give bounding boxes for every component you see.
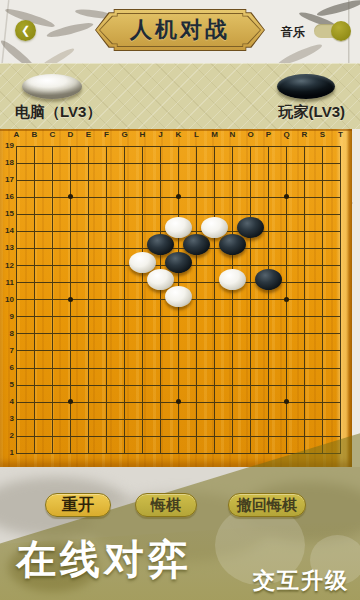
column-label: J — [154, 130, 168, 139]
column-label: K — [172, 130, 186, 139]
music-toggle[interactable] — [314, 24, 349, 38]
grid-horizontal-line — [16, 316, 341, 317]
grid-vertical-line — [340, 146, 341, 454]
column-label: D — [64, 130, 78, 139]
grid-vertical-line — [214, 146, 215, 454]
row-label: 5 — [1, 380, 14, 389]
title-plaque: 人机对战 — [95, 9, 265, 51]
star-point — [284, 194, 289, 199]
white-stone[interactable] — [165, 286, 192, 307]
undo-move-button[interactable]: 悔棋 — [135, 493, 197, 517]
chevron-left-icon: ❮ — [21, 24, 30, 37]
star-point — [176, 194, 181, 199]
column-label: O — [244, 130, 258, 139]
row-label: 12 — [1, 261, 14, 270]
page-title: 人机对战 — [95, 9, 265, 51]
row-label: 7 — [1, 346, 14, 355]
white-stone[interactable] — [129, 252, 156, 273]
column-label: C — [46, 130, 60, 139]
column-label: G — [118, 130, 132, 139]
grid-vertical-line — [304, 146, 305, 454]
row-label: 3 — [1, 414, 14, 423]
black-stone[interactable] — [165, 252, 192, 273]
black-stone[interactable] — [219, 234, 246, 255]
black-stone[interactable] — [147, 234, 174, 255]
row-label: 8 — [1, 329, 14, 338]
white-stone[interactable] — [201, 217, 228, 238]
column-label: T — [334, 130, 348, 139]
column-label: S — [316, 130, 330, 139]
star-point — [68, 399, 73, 404]
column-label: M — [208, 130, 222, 139]
row-label: 16 — [1, 192, 14, 201]
column-label: B — [28, 130, 42, 139]
column-label: A — [10, 130, 24, 139]
grid-vertical-line — [322, 146, 323, 454]
black-stone[interactable] — [183, 234, 210, 255]
computer-stone-white — [22, 74, 82, 99]
grid-horizontal-line — [16, 453, 341, 454]
column-label: E — [82, 130, 96, 139]
grid-horizontal-line — [16, 368, 341, 369]
white-stone[interactable] — [147, 269, 174, 290]
grid-vertical-line — [268, 146, 269, 454]
column-label: P — [262, 130, 276, 139]
back-button[interactable]: ❮ — [15, 20, 36, 41]
star-point — [68, 297, 73, 302]
star-point — [284, 297, 289, 302]
row-label: 2 — [1, 431, 14, 440]
player-name: 玩家(LV3) — [279, 103, 345, 122]
column-label: Q — [280, 130, 294, 139]
black-stone[interactable] — [255, 269, 282, 290]
column-label: F — [100, 130, 114, 139]
music-toggle-knob[interactable] — [331, 21, 351, 41]
player-stone-black — [277, 74, 335, 99]
white-stone[interactable] — [219, 269, 246, 290]
column-label: R — [298, 130, 312, 139]
row-label: 14 — [1, 226, 14, 235]
music-label: 音乐 — [281, 24, 305, 41]
grid-horizontal-line — [16, 333, 341, 334]
grid-horizontal-line — [16, 350, 341, 351]
row-label: 17 — [1, 175, 14, 184]
game-screen: ❮ 人机对战 音乐 电脑（LV3） 玩家(LV3) ABCDEFGHJKLMNO… — [0, 0, 360, 600]
column-label: N — [226, 130, 240, 139]
grid-vertical-line — [250, 146, 251, 454]
online-play-banner[interactable]: 在线对弈 — [16, 532, 192, 587]
grid-horizontal-line — [16, 385, 341, 386]
column-label: H — [136, 130, 150, 139]
grid-horizontal-line — [16, 436, 341, 437]
column-label: L — [190, 130, 204, 139]
star-point — [176, 399, 181, 404]
cancel-undo-button[interactable]: 撤回悔棋 — [228, 493, 306, 517]
restart-button[interactable]: 重开 — [45, 493, 111, 517]
row-label: 18 — [1, 158, 14, 167]
star-point — [68, 194, 73, 199]
row-label: 6 — [1, 363, 14, 372]
white-stone[interactable] — [165, 217, 192, 238]
grid-horizontal-line — [16, 419, 341, 420]
row-label: 15 — [1, 209, 14, 218]
row-label: 10 — [1, 295, 14, 304]
row-label: 1 — [1, 448, 14, 457]
computer-name: 电脑（LV3） — [15, 103, 101, 122]
grid-vertical-line — [196, 146, 197, 454]
grid-vertical-line — [232, 146, 233, 454]
row-label: 13 — [1, 243, 14, 252]
row-label: 9 — [1, 312, 14, 321]
row-label: 4 — [1, 397, 14, 406]
board[interactable]: ABCDEFGHJKLMNOPQRST191817161514131211109… — [0, 129, 352, 467]
row-label: 11 — [1, 278, 14, 287]
upgrade-caption: 交互升级 — [253, 566, 349, 596]
row-label: 19 — [1, 141, 14, 150]
star-point — [284, 399, 289, 404]
